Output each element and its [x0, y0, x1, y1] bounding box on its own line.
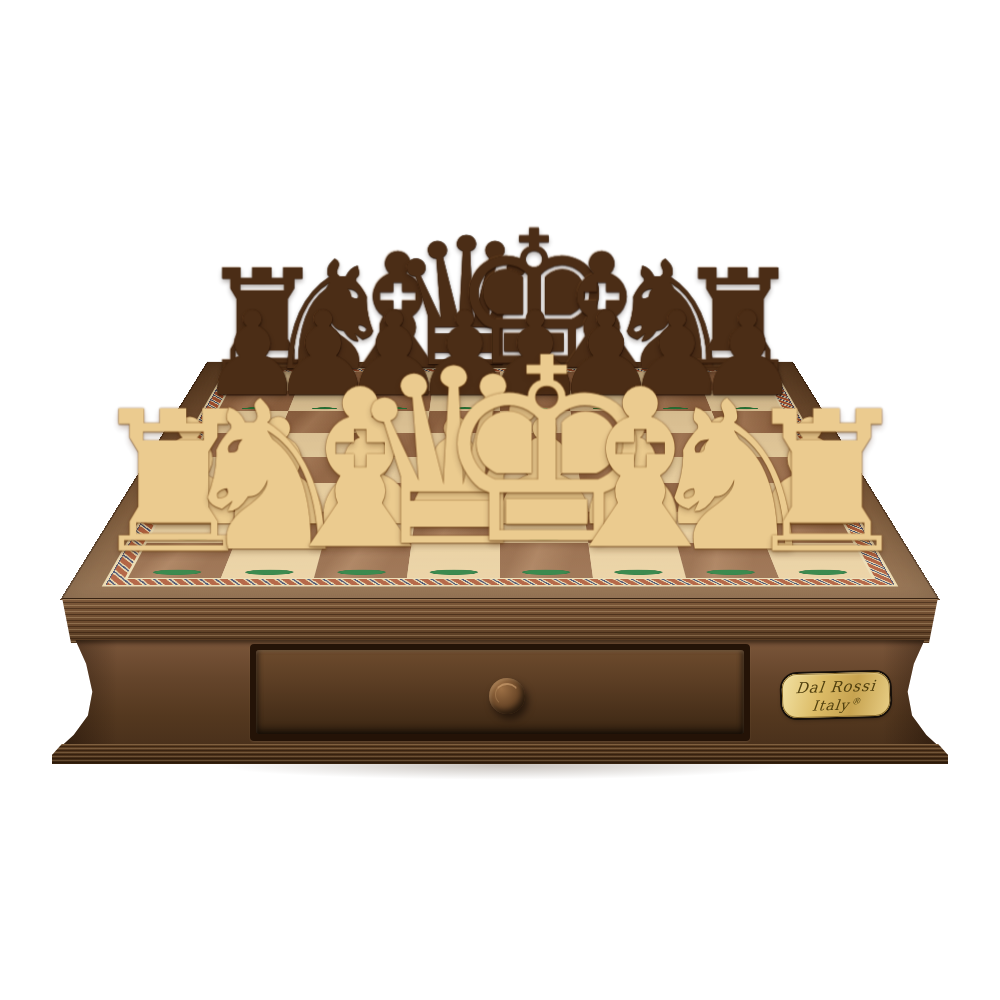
brand-name: Dal Rossi — [795, 676, 877, 696]
board-scene: ♜♞♝♛♚♝♞♜♟♟♟♟♟♟♟♟♟♟♟♟♟♟♟♟♜♞♝♛♚♝♞♜ — [60, 0, 940, 600]
mosaic-border: ♜♞♝♛♚♝♞♜♟♟♟♟♟♟♟♟♟♟♟♟♟♟♟♟♜♞♝♛♚♝♞♜ — [105, 369, 894, 586]
registered-mark: ® — [850, 696, 861, 706]
brand-country: Italy® — [811, 696, 862, 713]
top-edge-molding — [55, 598, 945, 643]
chess-board: ♜♞♝♛♚♝♞♜♟♟♟♟♟♟♟♟♟♟♟♟♟♟♟♟♜♞♝♛♚♝♞♜ — [60, 362, 940, 600]
drawer-knob[interactable] — [489, 678, 525, 714]
base-molding — [52, 744, 948, 764]
board-frame: ♜♞♝♛♚♝♞♜♟♟♟♟♟♟♟♟♟♟♟♟♟♟♟♟♜♞♝♛♚♝♞♜ — [60, 362, 940, 600]
drawer-front[interactable] — [256, 650, 744, 734]
box-front-face: Dal Rossi Italy® — [55, 640, 945, 748]
border-fillet-inner: ♜♞♝♛♚♝♞♜♟♟♟♟♟♟♟♟♟♟♟♟♟♟♟♟♜♞♝♛♚♝♞♜ — [124, 372, 875, 580]
brass-plate: Dal Rossi Italy® — [781, 672, 890, 719]
product-photo: ♜♞♝♛♚♝♞♜♟♟♟♟♟♟♟♟♟♟♟♟♟♟♟♟♜♞♝♛♚♝♞♜ Dal Ros… — [0, 0, 1000, 1000]
border-fillet-outer: ♜♞♝♛♚♝♞♜♟♟♟♟♟♟♟♟♟♟♟♟♟♟♟♟♜♞♝♛♚♝♞♜ — [102, 368, 899, 586]
drawer-recess — [250, 644, 750, 741]
board-grid: ♜♞♝♛♚♝♞♜♟♟♟♟♟♟♟♟♟♟♟♟♟♟♟♟♜♞♝♛♚♝♞♜ — [128, 372, 872, 578]
square-h1[interactable]: ♜ — [765, 543, 872, 578]
piece-white-rook[interactable]: ♜ — [740, 386, 914, 580]
